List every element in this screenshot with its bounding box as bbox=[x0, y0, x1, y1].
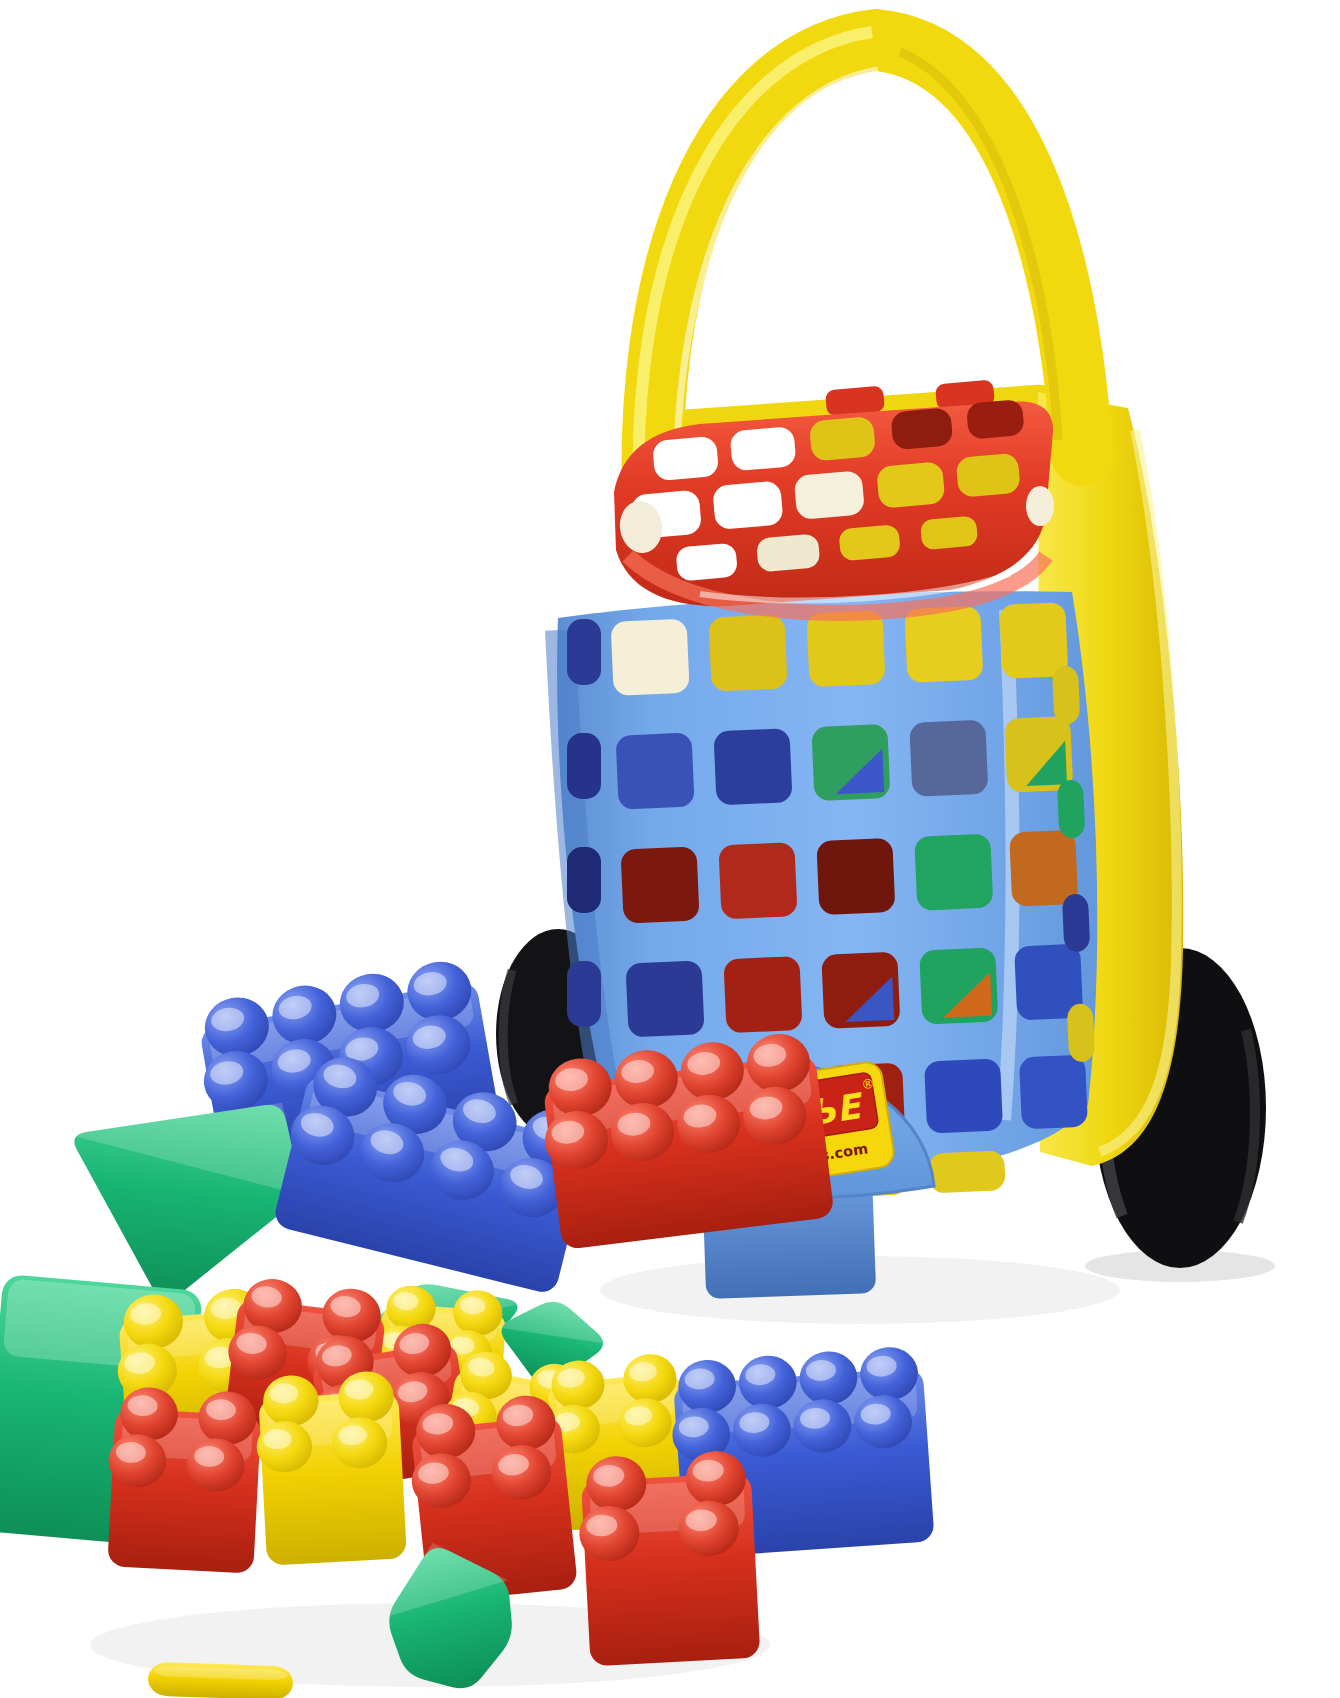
lattice-hole bbox=[794, 470, 866, 520]
lattice-hole bbox=[809, 416, 876, 461]
lattice-hole bbox=[625, 960, 704, 1037]
lattice-hole bbox=[838, 524, 901, 561]
lattice-hole bbox=[616, 732, 695, 809]
lattice-hole bbox=[1009, 830, 1078, 907]
block-red-brick bbox=[575, 1449, 760, 1666]
block-red-brick bbox=[103, 1386, 263, 1574]
registered-mark: ® bbox=[860, 1075, 875, 1092]
lattice-hole bbox=[675, 543, 738, 582]
lattice-hole bbox=[567, 961, 601, 1027]
lattice-hole bbox=[966, 399, 1025, 440]
lattice-hole bbox=[713, 728, 792, 805]
block-green-wedge bbox=[52, 1081, 312, 1314]
lattice-hole bbox=[756, 533, 821, 572]
lattice-hole bbox=[567, 619, 601, 685]
lattice-hole bbox=[1062, 893, 1091, 952]
lattice-hole bbox=[904, 606, 983, 683]
block-yellow-brick bbox=[253, 1370, 407, 1566]
product-photo-scene: ПОЛЕСЬЕ ® www.polesie-toys.com bbox=[0, 0, 1340, 1698]
lattice-hole bbox=[928, 1150, 1006, 1193]
lattice-hole bbox=[712, 480, 784, 530]
lattice-hole bbox=[1057, 779, 1086, 838]
lattice-hole bbox=[876, 461, 945, 509]
lattice-hole bbox=[729, 426, 796, 471]
lattice-hole bbox=[718, 842, 797, 919]
lattice-hole bbox=[567, 733, 601, 799]
lattice-hole bbox=[1052, 666, 1081, 725]
lattice-hole bbox=[890, 407, 953, 450]
lattice-hole bbox=[956, 453, 1021, 498]
lattice-hole bbox=[652, 436, 719, 481]
blocks-pile bbox=[0, 956, 935, 1698]
toy-trolley-graphic: ПОЛЕСЬЕ ® www.polesie-toys.com bbox=[0, 0, 1340, 1698]
block-red-brick bbox=[535, 1030, 834, 1251]
lattice-hole bbox=[708, 614, 787, 691]
lid-right-notch bbox=[1026, 486, 1054, 526]
lattice-hole bbox=[914, 834, 993, 911]
lattice-hole bbox=[999, 602, 1068, 679]
block-yellow-box bbox=[147, 1661, 293, 1698]
lattice-hole bbox=[1019, 1055, 1088, 1130]
lattice-hole bbox=[806, 610, 885, 687]
lattice-hole bbox=[611, 619, 690, 696]
lattice-hole bbox=[924, 1058, 1003, 1133]
lattice-hole bbox=[1067, 1003, 1096, 1062]
lattice-hole bbox=[909, 720, 988, 797]
lattice-hole bbox=[620, 846, 699, 923]
lattice-hole bbox=[816, 838, 895, 915]
lattice-hole bbox=[723, 956, 802, 1033]
lattice-hole bbox=[567, 847, 601, 913]
lattice-hole bbox=[920, 515, 978, 550]
